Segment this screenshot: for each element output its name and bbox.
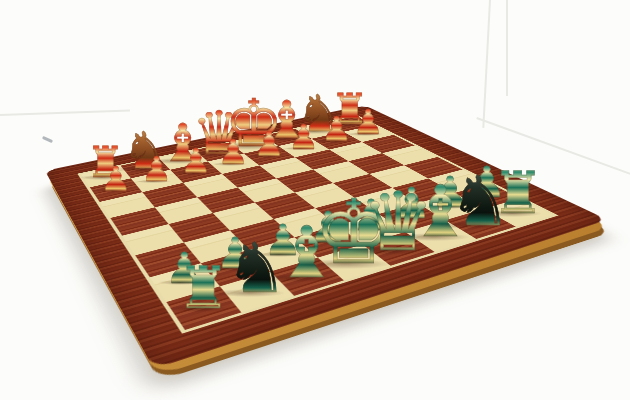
wall-seam-line	[482, 0, 491, 128]
wall-seam-line	[506, 0, 508, 96]
wall-seam-line	[0, 109, 130, 115]
red-pawn-e7[interactable]: ♟	[252, 127, 286, 161]
red-pawn-d7[interactable]: ♟	[216, 135, 250, 169]
red-pawn-a7[interactable]: ♟	[99, 162, 133, 196]
red-pawn-c7[interactable]: ♟	[179, 144, 213, 178]
red-pawn-h7[interactable]: ♟	[351, 105, 385, 139]
backdrop-smudge	[42, 136, 53, 143]
red-pawn-f7[interactable]: ♟	[286, 120, 320, 154]
red-pawn-b7[interactable]: ♟	[140, 152, 174, 186]
red-pawn-g7[interactable]: ♟	[319, 112, 353, 146]
chess-set-photo: ♜♞♝♛♚♝♞♜♟♟♟♟♟♟♟♟♟♟♟♟♟♟♟♟♜♞♝♚♛♝♞♜	[0, 0, 630, 400]
green-rook-h1[interactable]: ♜	[489, 164, 548, 223]
